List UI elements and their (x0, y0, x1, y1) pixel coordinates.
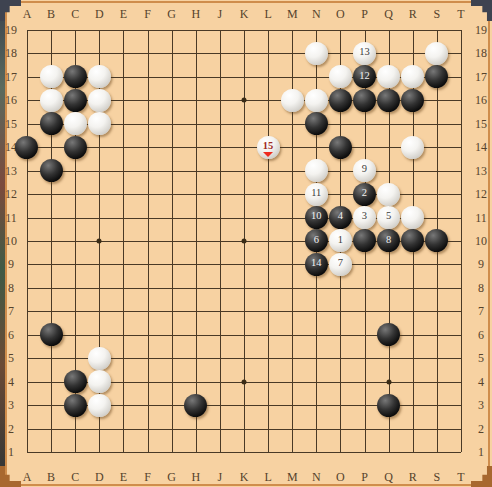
intersection-F2[interactable] (135, 417, 159, 440)
intersection-E3[interactable] (111, 393, 135, 416)
intersection-E1[interactable] (111, 440, 135, 463)
intersection-D10[interactable] (87, 229, 111, 252)
intersection-D1[interactable] (87, 440, 111, 463)
intersection-N1[interactable] (304, 440, 328, 463)
intersection-C8[interactable] (63, 276, 87, 299)
intersection-C1[interactable] (63, 440, 87, 463)
intersection-M10[interactable] (280, 229, 304, 252)
intersection-G14[interactable] (160, 135, 184, 158)
stone-black-R10[interactable] (401, 229, 424, 252)
intersection-C19[interactable] (63, 18, 87, 41)
intersection-B1[interactable] (39, 440, 63, 463)
intersection-O1[interactable] (328, 440, 352, 463)
intersection-L2[interactable] (256, 417, 280, 440)
intersection-T8[interactable] (449, 276, 473, 299)
intersection-S9[interactable] (425, 253, 449, 276)
intersection-J16[interactable] (208, 89, 232, 112)
intersection-S5[interactable] (425, 346, 449, 369)
intersection-S19[interactable] (425, 18, 449, 41)
intersection-M3[interactable] (280, 393, 304, 416)
intersection-F5[interactable] (135, 346, 159, 369)
intersection-A5[interactable] (15, 346, 39, 369)
intersection-G9[interactable] (160, 253, 184, 276)
intersection-R3[interactable] (401, 393, 425, 416)
intersection-N6[interactable] (304, 323, 328, 346)
intersection-A2[interactable] (15, 417, 39, 440)
intersection-D19[interactable] (87, 18, 111, 41)
intersection-M18[interactable] (280, 42, 304, 65)
intersection-N10[interactable]: 6 (304, 229, 328, 252)
intersection-H3[interactable] (184, 393, 208, 416)
intersection-A11[interactable] (15, 206, 39, 229)
intersection-N12[interactable]: 11 (304, 182, 328, 205)
intersection-T16[interactable] (449, 89, 473, 112)
intersection-H9[interactable] (184, 253, 208, 276)
intersection-S16[interactable] (425, 89, 449, 112)
intersection-A9[interactable] (15, 253, 39, 276)
intersection-H14[interactable] (184, 135, 208, 158)
intersection-N14[interactable] (304, 135, 328, 158)
intersection-S18[interactable] (425, 42, 449, 65)
intersection-Q12[interactable] (377, 182, 401, 205)
intersection-S2[interactable] (425, 417, 449, 440)
intersection-T7[interactable] (449, 300, 473, 323)
intersection-H18[interactable] (184, 42, 208, 65)
stone-black-Q16[interactable] (377, 89, 400, 112)
intersection-D2[interactable] (87, 417, 111, 440)
intersection-S8[interactable] (425, 276, 449, 299)
intersection-T10[interactable] (449, 229, 473, 252)
intersection-H19[interactable] (184, 18, 208, 41)
stone-black-O16[interactable] (329, 89, 352, 112)
intersection-Q13[interactable] (377, 159, 401, 182)
intersection-Q1[interactable] (377, 440, 401, 463)
intersection-A19[interactable] (15, 18, 39, 41)
intersection-F19[interactable] (135, 18, 159, 41)
intersection-E14[interactable] (111, 135, 135, 158)
intersection-H16[interactable] (184, 89, 208, 112)
intersection-K2[interactable] (232, 417, 256, 440)
intersection-F6[interactable] (135, 323, 159, 346)
intersection-P15[interactable] (352, 112, 376, 135)
intersection-S17[interactable] (425, 65, 449, 88)
intersection-O8[interactable] (328, 276, 352, 299)
intersection-S1[interactable] (425, 440, 449, 463)
intersection-B3[interactable] (39, 393, 63, 416)
stone-white-D17[interactable] (88, 65, 111, 88)
intersection-F3[interactable] (135, 393, 159, 416)
stone-black-C3[interactable] (64, 394, 87, 417)
stone-white-N16[interactable] (305, 89, 328, 112)
intersection-M4[interactable] (280, 370, 304, 393)
intersection-E13[interactable] (111, 159, 135, 182)
intersection-C18[interactable] (63, 42, 87, 65)
intersection-O11[interactable]: 4 (328, 206, 352, 229)
intersection-B7[interactable] (39, 300, 63, 323)
stone-white-D4[interactable] (88, 370, 111, 393)
intersection-C16[interactable] (63, 89, 87, 112)
intersection-D9[interactable] (87, 253, 111, 276)
intersection-M16[interactable] (280, 89, 304, 112)
intersection-C3[interactable] (63, 393, 87, 416)
intersection-J5[interactable] (208, 346, 232, 369)
intersection-F4[interactable] (135, 370, 159, 393)
intersection-D15[interactable] (87, 112, 111, 135)
intersection-R13[interactable] (401, 159, 425, 182)
intersection-D6[interactable] (87, 323, 111, 346)
intersection-F9[interactable] (135, 253, 159, 276)
intersection-B4[interactable] (39, 370, 63, 393)
stone-white-N18[interactable] (305, 42, 328, 65)
stone-white-N13[interactable] (305, 159, 328, 182)
intersection-M13[interactable] (280, 159, 304, 182)
intersection-B8[interactable] (39, 276, 63, 299)
intersection-P9[interactable] (352, 253, 376, 276)
stone-black-P10[interactable] (353, 229, 376, 252)
intersection-Q8[interactable] (377, 276, 401, 299)
intersection-S10[interactable] (425, 229, 449, 252)
intersection-L1[interactable] (256, 440, 280, 463)
intersection-A17[interactable] (15, 65, 39, 88)
intersection-S15[interactable] (425, 112, 449, 135)
intersection-K3[interactable] (232, 393, 256, 416)
intersection-F15[interactable] (135, 112, 159, 135)
stone-white-N12[interactable]: 11 (305, 183, 328, 206)
intersection-R4[interactable] (401, 370, 425, 393)
intersection-Q5[interactable] (377, 346, 401, 369)
intersection-E11[interactable] (111, 206, 135, 229)
intersection-O17[interactable] (328, 65, 352, 88)
intersection-E19[interactable] (111, 18, 135, 41)
stone-black-P16[interactable] (353, 89, 376, 112)
intersection-B16[interactable] (39, 89, 63, 112)
stone-white-P18[interactable]: 13 (353, 42, 376, 65)
intersection-K11[interactable] (232, 206, 256, 229)
stone-black-N9[interactable]: 14 (305, 253, 328, 276)
stone-black-Q6[interactable] (377, 323, 400, 346)
intersection-C15[interactable] (63, 112, 87, 135)
intersection-G16[interactable] (160, 89, 184, 112)
intersection-L11[interactable] (256, 206, 280, 229)
intersection-P5[interactable] (352, 346, 376, 369)
intersection-B19[interactable] (39, 18, 63, 41)
stone-white-R17[interactable] (401, 65, 424, 88)
intersection-T3[interactable] (449, 393, 473, 416)
intersection-Q6[interactable] (377, 323, 401, 346)
intersection-K12[interactable] (232, 182, 256, 205)
intersection-D5[interactable] (87, 346, 111, 369)
intersection-Q18[interactable] (377, 42, 401, 65)
intersection-G1[interactable] (160, 440, 184, 463)
stone-black-C17[interactable] (64, 65, 87, 88)
intersection-A6[interactable] (15, 323, 39, 346)
intersection-K19[interactable] (232, 18, 256, 41)
intersection-H1[interactable] (184, 440, 208, 463)
intersection-L10[interactable] (256, 229, 280, 252)
intersection-T15[interactable] (449, 112, 473, 135)
intersection-C4[interactable] (63, 370, 87, 393)
intersection-M7[interactable] (280, 300, 304, 323)
intersection-Q14[interactable] (377, 135, 401, 158)
intersection-T6[interactable] (449, 323, 473, 346)
intersection-O15[interactable] (328, 112, 352, 135)
intersection-G3[interactable] (160, 393, 184, 416)
intersection-O19[interactable] (328, 18, 352, 41)
intersection-S12[interactable] (425, 182, 449, 205)
intersection-D7[interactable] (87, 300, 111, 323)
intersection-G13[interactable] (160, 159, 184, 182)
intersection-J9[interactable] (208, 253, 232, 276)
intersection-S6[interactable] (425, 323, 449, 346)
stone-black-C4[interactable] (64, 370, 87, 393)
intersection-R6[interactable] (401, 323, 425, 346)
intersection-G15[interactable] (160, 112, 184, 135)
intersection-D16[interactable] (87, 89, 111, 112)
intersection-M2[interactable] (280, 417, 304, 440)
intersection-Q4[interactable] (377, 370, 401, 393)
intersection-Q19[interactable] (377, 18, 401, 41)
intersection-B15[interactable] (39, 112, 63, 135)
intersection-S3[interactable] (425, 393, 449, 416)
intersection-J4[interactable] (208, 370, 232, 393)
intersection-G5[interactable] (160, 346, 184, 369)
intersection-K7[interactable] (232, 300, 256, 323)
stone-black-N15[interactable] (305, 112, 328, 135)
intersection-P19[interactable] (352, 18, 376, 41)
intersection-R18[interactable] (401, 42, 425, 65)
intersection-L16[interactable] (256, 89, 280, 112)
intersection-E2[interactable] (111, 417, 135, 440)
intersection-E18[interactable] (111, 42, 135, 65)
intersection-J6[interactable] (208, 323, 232, 346)
intersection-A14[interactable] (15, 135, 39, 158)
intersection-N2[interactable] (304, 417, 328, 440)
intersection-T2[interactable] (449, 417, 473, 440)
intersection-H6[interactable] (184, 323, 208, 346)
intersection-B10[interactable] (39, 229, 63, 252)
intersection-H11[interactable] (184, 206, 208, 229)
intersection-O3[interactable] (328, 393, 352, 416)
intersection-Q2[interactable] (377, 417, 401, 440)
intersection-A16[interactable] (15, 89, 39, 112)
intersection-M5[interactable] (280, 346, 304, 369)
intersection-Q7[interactable] (377, 300, 401, 323)
intersection-E9[interactable] (111, 253, 135, 276)
intersection-O16[interactable] (328, 89, 352, 112)
stone-white-L14[interactable]: 15 (257, 136, 280, 159)
intersection-B13[interactable] (39, 159, 63, 182)
intersection-T18[interactable] (449, 42, 473, 65)
intersection-E7[interactable] (111, 300, 135, 323)
intersection-N13[interactable] (304, 159, 328, 182)
intersection-L7[interactable] (256, 300, 280, 323)
stone-white-O17[interactable] (329, 65, 352, 88)
intersection-R12[interactable] (401, 182, 425, 205)
intersection-P4[interactable] (352, 370, 376, 393)
stone-white-C15[interactable] (64, 112, 87, 135)
intersection-H15[interactable] (184, 112, 208, 135)
intersection-D11[interactable] (87, 206, 111, 229)
stone-black-Q3[interactable] (377, 394, 400, 417)
intersection-C7[interactable] (63, 300, 87, 323)
intersection-P7[interactable] (352, 300, 376, 323)
stone-black-S17[interactable] (425, 65, 448, 88)
intersection-M19[interactable] (280, 18, 304, 41)
intersection-D14[interactable] (87, 135, 111, 158)
stone-white-D16[interactable] (88, 89, 111, 112)
intersection-C12[interactable] (63, 182, 87, 205)
intersection-L14[interactable]: 15 (256, 135, 280, 158)
intersection-F16[interactable] (135, 89, 159, 112)
intersection-G6[interactable] (160, 323, 184, 346)
intersection-J18[interactable] (208, 42, 232, 65)
intersection-P2[interactable] (352, 417, 376, 440)
intersection-L19[interactable] (256, 18, 280, 41)
intersection-G4[interactable] (160, 370, 184, 393)
intersection-T11[interactable] (449, 206, 473, 229)
intersection-E4[interactable] (111, 370, 135, 393)
intersection-G7[interactable] (160, 300, 184, 323)
stone-white-R14[interactable] (401, 136, 424, 159)
intersection-C10[interactable] (63, 229, 87, 252)
stone-black-B13[interactable] (40, 159, 63, 182)
intersection-N18[interactable] (304, 42, 328, 65)
intersection-N5[interactable] (304, 346, 328, 369)
intersection-P6[interactable] (352, 323, 376, 346)
intersection-B17[interactable] (39, 65, 63, 88)
intersection-R17[interactable] (401, 65, 425, 88)
stone-white-B16[interactable] (40, 89, 63, 112)
intersection-B14[interactable] (39, 135, 63, 158)
stone-black-R16[interactable] (401, 89, 424, 112)
intersection-R2[interactable] (401, 417, 425, 440)
intersection-H4[interactable] (184, 370, 208, 393)
intersection-A3[interactable] (15, 393, 39, 416)
intersection-K13[interactable] (232, 159, 256, 182)
intersection-G8[interactable] (160, 276, 184, 299)
intersection-L6[interactable] (256, 323, 280, 346)
stone-black-A14[interactable] (15, 136, 38, 159)
intersection-Q10[interactable]: 8 (377, 229, 401, 252)
intersection-K8[interactable] (232, 276, 256, 299)
intersection-J7[interactable] (208, 300, 232, 323)
intersection-S11[interactable] (425, 206, 449, 229)
intersection-R15[interactable] (401, 112, 425, 135)
intersection-L15[interactable] (256, 112, 280, 135)
intersection-R7[interactable] (401, 300, 425, 323)
intersection-F1[interactable] (135, 440, 159, 463)
intersection-C17[interactable] (63, 65, 87, 88)
intersection-M6[interactable] (280, 323, 304, 346)
stone-white-S18[interactable] (425, 42, 448, 65)
intersection-M11[interactable] (280, 206, 304, 229)
intersection-M8[interactable] (280, 276, 304, 299)
intersection-A15[interactable] (15, 112, 39, 135)
intersection-P18[interactable]: 13 (352, 42, 376, 65)
intersection-G10[interactable] (160, 229, 184, 252)
intersection-T17[interactable] (449, 65, 473, 88)
intersection-E12[interactable] (111, 182, 135, 205)
intersection-H8[interactable] (184, 276, 208, 299)
intersection-E6[interactable] (111, 323, 135, 346)
intersection-N3[interactable] (304, 393, 328, 416)
intersection-O14[interactable] (328, 135, 352, 158)
intersection-R11[interactable] (401, 206, 425, 229)
stone-white-D5[interactable] (88, 347, 111, 370)
intersection-N15[interactable] (304, 112, 328, 135)
intersection-F10[interactable] (135, 229, 159, 252)
stone-white-O10[interactable]: 1 (329, 229, 352, 252)
stone-black-B6[interactable] (40, 323, 63, 346)
intersection-S4[interactable] (425, 370, 449, 393)
intersection-N17[interactable] (304, 65, 328, 88)
intersection-H10[interactable] (184, 229, 208, 252)
stone-black-C14[interactable] (64, 136, 87, 159)
intersection-L13[interactable] (256, 159, 280, 182)
intersection-O5[interactable] (328, 346, 352, 369)
intersection-O4[interactable] (328, 370, 352, 393)
intersection-C2[interactable] (63, 417, 87, 440)
intersection-E10[interactable] (111, 229, 135, 252)
intersection-D13[interactable] (87, 159, 111, 182)
intersection-F13[interactable] (135, 159, 159, 182)
intersection-B9[interactable] (39, 253, 63, 276)
stone-white-B17[interactable] (40, 65, 63, 88)
intersection-F18[interactable] (135, 42, 159, 65)
intersection-Q15[interactable] (377, 112, 401, 135)
intersection-D8[interactable] (87, 276, 111, 299)
stone-black-B15[interactable] (40, 112, 63, 135)
stone-black-S10[interactable] (425, 229, 448, 252)
intersection-Q17[interactable] (377, 65, 401, 88)
intersection-R8[interactable] (401, 276, 425, 299)
stone-white-M16[interactable] (281, 89, 304, 112)
intersection-L9[interactable] (256, 253, 280, 276)
intersection-J3[interactable] (208, 393, 232, 416)
intersection-N9[interactable]: 14 (304, 253, 328, 276)
intersection-L12[interactable] (256, 182, 280, 205)
stone-black-P17[interactable]: 12 (353, 65, 376, 88)
stone-black-C16[interactable] (64, 89, 87, 112)
intersection-O10[interactable]: 1 (328, 229, 352, 252)
intersection-G18[interactable] (160, 42, 184, 65)
intersection-A10[interactable] (15, 229, 39, 252)
intersection-R19[interactable] (401, 18, 425, 41)
intersection-P14[interactable] (352, 135, 376, 158)
intersection-Q3[interactable] (377, 393, 401, 416)
intersection-H13[interactable] (184, 159, 208, 182)
intersection-O13[interactable] (328, 159, 352, 182)
intersection-D17[interactable] (87, 65, 111, 88)
intersection-C9[interactable] (63, 253, 87, 276)
intersection-S7[interactable] (425, 300, 449, 323)
intersection-F11[interactable] (135, 206, 159, 229)
intersection-N7[interactable] (304, 300, 328, 323)
intersection-K6[interactable] (232, 323, 256, 346)
intersection-C14[interactable] (63, 135, 87, 158)
intersection-D4[interactable] (87, 370, 111, 393)
intersection-J2[interactable] (208, 417, 232, 440)
intersection-Q11[interactable]: 5 (377, 206, 401, 229)
intersection-T14[interactable] (449, 135, 473, 158)
intersection-B11[interactable] (39, 206, 63, 229)
intersection-E5[interactable] (111, 346, 135, 369)
intersection-H2[interactable] (184, 417, 208, 440)
intersection-J12[interactable] (208, 182, 232, 205)
intersection-R1[interactable] (401, 440, 425, 463)
intersection-P1[interactable] (352, 440, 376, 463)
intersection-K9[interactable] (232, 253, 256, 276)
